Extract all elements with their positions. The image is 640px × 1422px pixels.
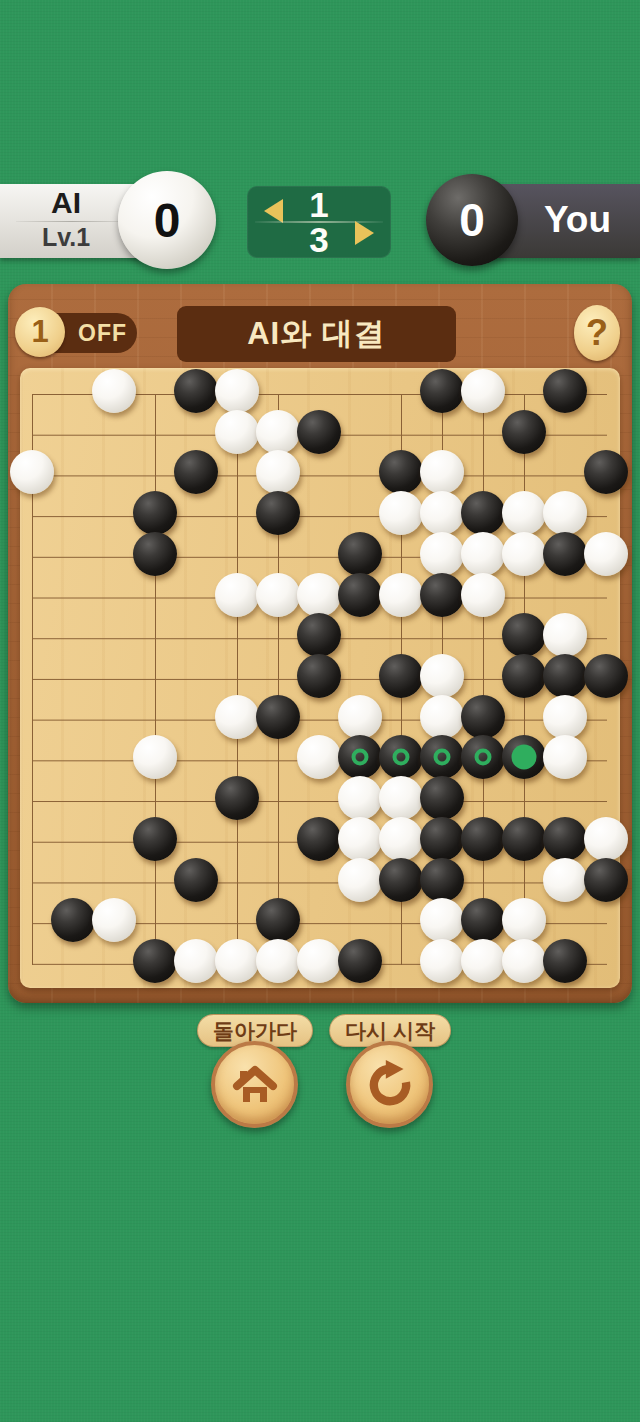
- home-button[interactable]: [211, 1041, 298, 1128]
- stone-black: [338, 532, 382, 576]
- game-screen: AI Lv.1 0 1 3 You 0 OFF 1 AI와 대결 ?: [0, 0, 640, 1422]
- stone-black: [502, 817, 546, 861]
- question-mark-icon: ?: [586, 312, 608, 354]
- stone-white: [10, 450, 54, 494]
- stone-white: [420, 491, 464, 535]
- ai-level: Lv.1: [0, 223, 132, 252]
- win-line-ring-marker: [352, 749, 369, 766]
- stone-white: [215, 939, 259, 983]
- hint-count: 1: [31, 314, 48, 350]
- stone-white: [584, 817, 628, 861]
- stone-white: [92, 898, 136, 942]
- stone-black: [420, 776, 464, 820]
- stone-white: [420, 654, 464, 698]
- stone-black: [379, 858, 423, 902]
- stone-white: [133, 735, 177, 779]
- stone-white: [256, 573, 300, 617]
- stone-white: [174, 939, 218, 983]
- stone-black: [256, 695, 300, 739]
- stone-white: [502, 532, 546, 576]
- ai-panel-divider: [16, 221, 128, 222]
- stone-white: [215, 695, 259, 739]
- win-line-ring-marker: [393, 749, 410, 766]
- hint-count-badge[interactable]: 1: [15, 307, 65, 357]
- stone-black: [379, 654, 423, 698]
- stone-black: [256, 898, 300, 942]
- stone-white: [297, 573, 341, 617]
- stone-black: [338, 939, 382, 983]
- stone-black: [420, 735, 464, 779]
- stone-black: [543, 939, 587, 983]
- board-frame: OFF 1 AI와 대결 ?: [8, 284, 632, 1003]
- stone-black: [543, 369, 587, 413]
- stone-black: [461, 491, 505, 535]
- game-board[interactable]: [20, 368, 620, 988]
- last-move-dot-marker: [512, 745, 537, 770]
- stone-white: [215, 410, 259, 454]
- stone-white: [543, 613, 587, 657]
- stone-white: [584, 532, 628, 576]
- stone-black: [133, 491, 177, 535]
- stone-black: [420, 573, 464, 617]
- stone-white: [297, 735, 341, 779]
- stone-white: [338, 858, 382, 902]
- stones-layer: [32, 394, 607, 965]
- stone-white: [256, 939, 300, 983]
- stone-black: [461, 735, 505, 779]
- stone-black: [502, 654, 546, 698]
- stone-black: [420, 369, 464, 413]
- stone-black: [133, 939, 177, 983]
- stone-black: [543, 654, 587, 698]
- stone-black: [297, 410, 341, 454]
- stone-black: [543, 817, 587, 861]
- restart-refresh-icon: [365, 1058, 415, 1112]
- stone-white: [461, 939, 505, 983]
- stone-black: [297, 654, 341, 698]
- stone-black: [297, 613, 341, 657]
- stone-white: [543, 858, 587, 902]
- player-black-stone-score: 0: [426, 174, 518, 266]
- home-icon: [231, 1059, 279, 1111]
- stone-black: [502, 735, 546, 779]
- stone-white: [256, 450, 300, 494]
- stone-white: [379, 573, 423, 617]
- stone-black: [174, 369, 218, 413]
- stone-white: [461, 573, 505, 617]
- stone-black: [215, 776, 259, 820]
- player-score-value: 0: [459, 193, 485, 247]
- win-line-ring-marker: [434, 749, 451, 766]
- stone-white: [92, 369, 136, 413]
- stone-white: [215, 369, 259, 413]
- stone-white: [543, 695, 587, 739]
- stone-white: [420, 939, 464, 983]
- stone-white: [338, 695, 382, 739]
- stone-black: [461, 817, 505, 861]
- stone-white: [420, 450, 464, 494]
- stone-black: [584, 654, 628, 698]
- stone-black: [133, 817, 177, 861]
- stone-white: [461, 532, 505, 576]
- restart-button[interactable]: [346, 1041, 433, 1128]
- stone-black: [502, 613, 546, 657]
- stone-black: [420, 817, 464, 861]
- ai-name: AI: [0, 186, 132, 220]
- stone-white: [543, 491, 587, 535]
- stone-white: [461, 369, 505, 413]
- next-round-arrow-icon[interactable]: [355, 221, 374, 245]
- round-selector: 1 3: [247, 186, 391, 258]
- stone-black: [174, 450, 218, 494]
- stone-black: [461, 898, 505, 942]
- stone-white: [502, 898, 546, 942]
- stone-white: [379, 817, 423, 861]
- stone-white: [420, 695, 464, 739]
- stone-white: [502, 491, 546, 535]
- ai-white-stone-score: 0: [118, 171, 216, 269]
- ai-score-value: 0: [154, 193, 181, 248]
- stone-black: [51, 898, 95, 942]
- stone-black: [584, 858, 628, 902]
- stone-white: [420, 898, 464, 942]
- stone-white: [502, 939, 546, 983]
- stone-white: [215, 573, 259, 617]
- mode-title: AI와 대결: [177, 306, 456, 362]
- stone-black: [379, 450, 423, 494]
- player-name: You: [519, 199, 636, 241]
- stone-white: [297, 939, 341, 983]
- stone-black: [502, 410, 546, 454]
- stone-black: [297, 817, 341, 861]
- hint-toggle-state: OFF: [74, 320, 131, 347]
- stone-black: [133, 532, 177, 576]
- win-line-ring-marker: [475, 749, 492, 766]
- stone-black: [584, 450, 628, 494]
- stone-white: [338, 776, 382, 820]
- stone-black: [420, 858, 464, 902]
- stone-black: [543, 532, 587, 576]
- stone-white: [379, 776, 423, 820]
- stone-black: [461, 695, 505, 739]
- stone-white: [379, 491, 423, 535]
- stone-black: [338, 573, 382, 617]
- stone-black: [256, 491, 300, 535]
- stone-white: [338, 817, 382, 861]
- stone-white: [256, 410, 300, 454]
- stone-black: [338, 735, 382, 779]
- stone-white: [543, 735, 587, 779]
- stone-black: [379, 735, 423, 779]
- stone-black: [174, 858, 218, 902]
- stone-white: [420, 532, 464, 576]
- current-round: 1: [247, 185, 391, 225]
- help-button[interactable]: ?: [574, 305, 620, 361]
